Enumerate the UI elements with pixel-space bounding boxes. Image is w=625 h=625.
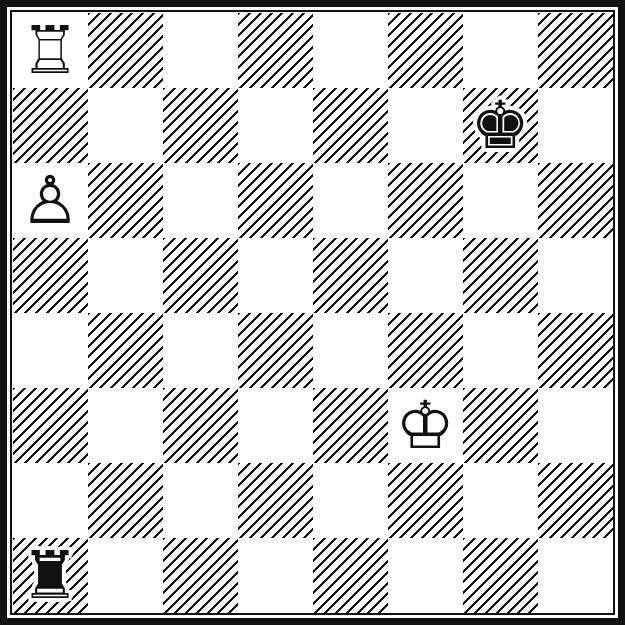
square-e6 [313,163,388,238]
square-g1 [463,538,538,613]
square-b1 [88,538,163,613]
square-b7 [88,88,163,163]
white-rook-a8: ♖ [20,13,79,88]
square-b5 [88,238,163,313]
square-f7 [388,88,463,163]
square-e8 [313,13,388,88]
square-c4 [163,313,238,388]
square-g2 [463,463,538,538]
chess-diagram-inner-border: ♖♚♙♔♜ [10,10,615,615]
square-a3 [13,388,88,463]
square-e4 [313,313,388,388]
square-d2 [238,463,313,538]
square-h4 [538,313,613,388]
square-g4 [463,313,538,388]
square-h7 [538,88,613,163]
square-b8 [88,13,163,88]
square-d8 [238,13,313,88]
square-c8 [163,13,238,88]
square-a7 [13,88,88,163]
square-f3: ♔ [388,388,463,463]
square-f8 [388,13,463,88]
square-g6 [463,163,538,238]
square-d4 [238,313,313,388]
square-a1: ♜ [13,538,88,613]
square-g5 [463,238,538,313]
square-g3 [463,388,538,463]
square-e5 [313,238,388,313]
chess-board: ♖♚♙♔♜ [13,13,613,613]
square-c5 [163,238,238,313]
square-h1 [538,538,613,613]
black-king-g7: ♚ [470,88,529,163]
square-e2 [313,463,388,538]
white-pawn-a6: ♙ [20,163,79,238]
square-h2 [538,463,613,538]
square-a5 [13,238,88,313]
square-d1 [238,538,313,613]
square-f2 [388,463,463,538]
square-d7 [238,88,313,163]
square-a6: ♙ [13,163,88,238]
square-h8 [538,13,613,88]
square-c6 [163,163,238,238]
square-f5 [388,238,463,313]
square-b2 [88,463,163,538]
square-b6 [88,163,163,238]
square-h3 [538,388,613,463]
square-g8 [463,13,538,88]
square-g7: ♚ [463,88,538,163]
white-king-f3: ♔ [395,388,454,463]
square-c3 [163,388,238,463]
square-f1 [388,538,463,613]
square-e7 [313,88,388,163]
square-d3 [238,388,313,463]
square-b4 [88,313,163,388]
square-e3 [313,388,388,463]
square-b3 [88,388,163,463]
square-a2 [13,463,88,538]
square-c7 [163,88,238,163]
square-d5 [238,238,313,313]
square-h6 [538,163,613,238]
square-c2 [163,463,238,538]
square-d6 [238,163,313,238]
square-a8: ♖ [13,13,88,88]
square-e1 [313,538,388,613]
chess-diagram-frame: ♖♚♙♔♜ [0,0,625,625]
square-f6 [388,163,463,238]
square-f4 [388,313,463,388]
square-h5 [538,238,613,313]
square-c1 [163,538,238,613]
square-a4 [13,313,88,388]
black-rook-a1: ♜ [20,538,79,613]
